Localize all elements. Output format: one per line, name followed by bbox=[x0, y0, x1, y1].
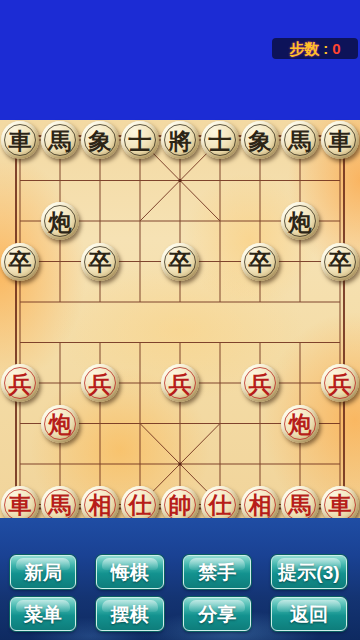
new-game-button[interactable]: 新局 bbox=[10, 555, 76, 589]
move-counter-separator: : bbox=[323, 41, 328, 56]
piece-black-卒[interactable]: 卒 bbox=[1, 243, 39, 281]
hint-button[interactable]: 提示(3) bbox=[271, 555, 347, 589]
piece-black-將[interactable]: 將 bbox=[161, 121, 199, 159]
share-button[interactable]: 分享 bbox=[183, 597, 251, 631]
board-grid-lines bbox=[0, 120, 360, 518]
menu-button[interactable]: 菜单 bbox=[10, 597, 76, 631]
undo-move-button[interactable]: 悔棋 bbox=[96, 555, 164, 589]
move-counter-value: 0 bbox=[332, 41, 340, 56]
forbidden-move-button[interactable]: 禁手 bbox=[183, 555, 251, 589]
piece-black-卒[interactable]: 卒 bbox=[161, 243, 199, 281]
move-counter-badge: 步数 : 0 bbox=[272, 38, 358, 59]
piece-red-兵[interactable]: 兵 bbox=[161, 364, 199, 402]
piece-black-炮[interactable]: 炮 bbox=[41, 202, 79, 240]
blossom-sky-background bbox=[0, 0, 360, 122]
piece-red-兵[interactable]: 兵 bbox=[241, 364, 279, 402]
piece-black-炮[interactable]: 炮 bbox=[281, 202, 319, 240]
piece-black-馬[interactable]: 馬 bbox=[281, 121, 319, 159]
move-counter-label: 步数 bbox=[289, 41, 319, 56]
piece-red-炮[interactable]: 炮 bbox=[41, 405, 79, 443]
button-row-2: 菜单 摆棋 分享 返回 bbox=[0, 597, 360, 631]
piece-black-象[interactable]: 象 bbox=[81, 121, 119, 159]
setup-board-button[interactable]: 摆棋 bbox=[96, 597, 164, 631]
piece-black-卒[interactable]: 卒 bbox=[321, 243, 359, 281]
xiangqi-board[interactable]: 車馬象士將士象馬車炮炮卒卒卒卒卒兵兵兵兵兵炮炮車馬相仕帥仕相馬車 bbox=[0, 120, 360, 518]
xiangqi-app-screen: 步数 : 0 車馬象士將士象馬車炮炮卒卒卒卒卒兵兵兵兵兵炮炮車馬 bbox=[0, 0, 360, 640]
back-button[interactable]: 返回 bbox=[271, 597, 347, 631]
piece-black-馬[interactable]: 馬 bbox=[41, 121, 79, 159]
piece-black-士[interactable]: 士 bbox=[201, 121, 239, 159]
piece-red-炮[interactable]: 炮 bbox=[281, 405, 319, 443]
piece-black-卒[interactable]: 卒 bbox=[241, 243, 279, 281]
piece-black-車[interactable]: 車 bbox=[1, 121, 39, 159]
piece-black-象[interactable]: 象 bbox=[241, 121, 279, 159]
piece-black-車[interactable]: 車 bbox=[321, 121, 359, 159]
piece-red-兵[interactable]: 兵 bbox=[81, 364, 119, 402]
piece-red-兵[interactable]: 兵 bbox=[1, 364, 39, 402]
piece-black-卒[interactable]: 卒 bbox=[81, 243, 119, 281]
piece-red-兵[interactable]: 兵 bbox=[321, 364, 359, 402]
piece-black-士[interactable]: 士 bbox=[121, 121, 159, 159]
button-row-1: 新局 悔棋 禁手 提示(3) bbox=[0, 555, 360, 589]
